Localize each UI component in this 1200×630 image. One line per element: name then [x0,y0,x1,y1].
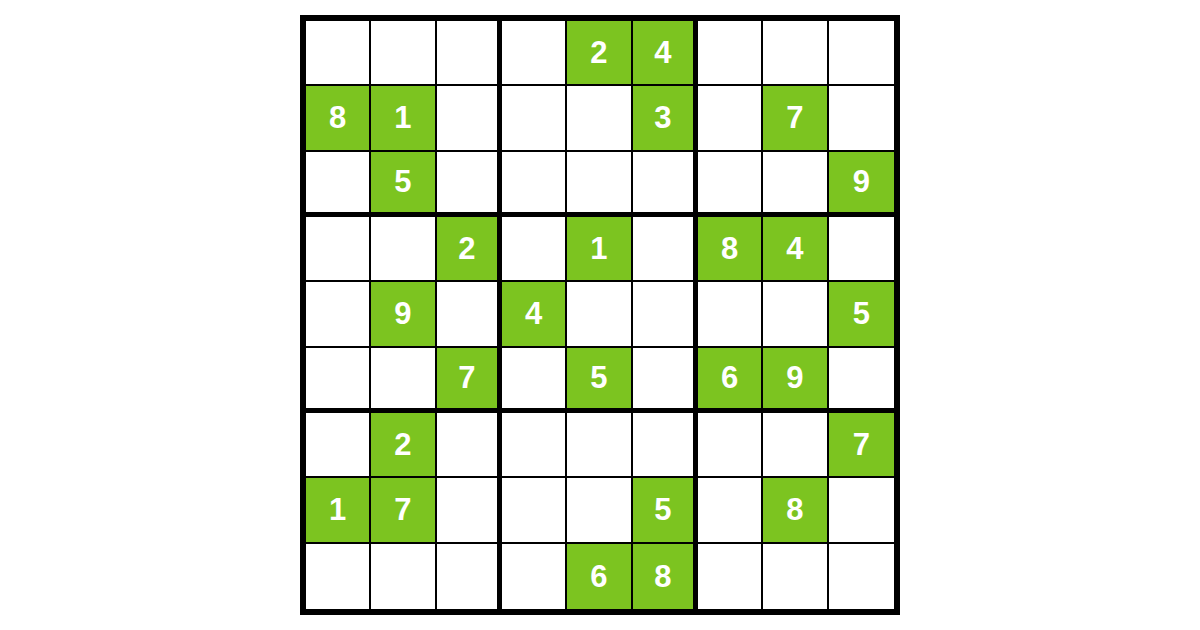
cell-r2c4[interactable] [502,86,567,151]
cell-r2c9[interactable] [829,86,894,151]
cell-r6c9[interactable] [829,348,894,413]
cell-digit: 2 [394,429,411,460]
cell-r3c9[interactable]: 9 [829,152,894,217]
cell-r8c7[interactable] [698,478,763,543]
cell-r6c7[interactable]: 6 [698,348,763,413]
cell-r5c1[interactable] [306,282,371,347]
cell-r8c5[interactable] [567,478,632,543]
cell-r2c3[interactable] [437,86,502,151]
cell-r4c1[interactable] [306,217,371,282]
cell-r8c3[interactable] [437,478,502,543]
cell-digit: 4 [654,37,671,68]
cell-r8c4[interactable] [502,478,567,543]
cell-digit: 6 [721,362,738,393]
cell-r6c6[interactable] [633,348,698,413]
cell-r1c9[interactable] [829,21,894,86]
cell-digit: 7 [853,429,870,460]
cell-r3c5[interactable] [567,152,632,217]
cell-r7c5[interactable] [567,413,632,478]
cell-r4c8[interactable]: 4 [763,217,828,282]
cell-digit: 4 [525,298,542,329]
cell-digit: 7 [786,102,803,133]
cell-digit: 2 [458,233,475,264]
cell-r2c5[interactable] [567,86,632,151]
cell-r4c5[interactable]: 1 [567,217,632,282]
cell-r7c2[interactable]: 2 [371,413,436,478]
cell-r6c1[interactable] [306,348,371,413]
cell-r3c1[interactable] [306,152,371,217]
cell-digit: 1 [394,102,411,133]
cell-r3c4[interactable] [502,152,567,217]
cell-r5c8[interactable] [763,282,828,347]
cell-r5c5[interactable] [567,282,632,347]
cell-r9c1[interactable] [306,544,371,609]
cell-digit: 5 [853,298,870,329]
cell-r1c7[interactable] [698,21,763,86]
cell-r8c1[interactable]: 1 [306,478,371,543]
cell-digit: 9 [853,166,870,197]
cell-r9c7[interactable] [698,544,763,609]
cell-r9c2[interactable] [371,544,436,609]
cell-r1c8[interactable] [763,21,828,86]
cell-r4c9[interactable] [829,217,894,282]
cell-r7c9[interactable]: 7 [829,413,894,478]
cell-digit: 2 [590,37,607,68]
cell-r7c3[interactable] [437,413,502,478]
cell-r9c3[interactable] [437,544,502,609]
cell-r7c7[interactable] [698,413,763,478]
cell-digit: 9 [786,362,803,393]
cell-r8c9[interactable] [829,478,894,543]
cell-r2c2[interactable]: 1 [371,86,436,151]
cell-digit: 8 [654,561,671,592]
cell-r3c8[interactable] [763,152,828,217]
cell-r5c9[interactable]: 5 [829,282,894,347]
cell-r3c3[interactable] [437,152,502,217]
cell-digit: 9 [394,298,411,329]
cell-digit: 8 [329,102,346,133]
cell-r5c3[interactable] [437,282,502,347]
cell-r5c2[interactable]: 9 [371,282,436,347]
cell-digit: 5 [394,166,411,197]
cell-r2c8[interactable]: 7 [763,86,828,151]
cell-r9c9[interactable] [829,544,894,609]
cell-digit: 1 [329,494,346,525]
cell-r1c6[interactable]: 4 [633,21,698,86]
cell-r1c4[interactable] [502,21,567,86]
cell-r4c6[interactable] [633,217,698,282]
cell-r3c6[interactable] [633,152,698,217]
cell-digit: 7 [394,494,411,525]
sudoku-page: 248137592184945756927175868 [0,0,1200,630]
cell-digit: 5 [590,362,607,393]
cell-r9c8[interactable] [763,544,828,609]
cell-digit: 5 [654,494,671,525]
cell-r2c7[interactable] [698,86,763,151]
cell-r6c2[interactable] [371,348,436,413]
cell-r9c4[interactable] [502,544,567,609]
cell-r4c4[interactable] [502,217,567,282]
cell-r8c8[interactable]: 8 [763,478,828,543]
cell-digit: 8 [786,494,803,525]
cell-r1c5[interactable]: 2 [567,21,632,86]
cell-r4c2[interactable] [371,217,436,282]
cell-r5c7[interactable] [698,282,763,347]
cell-r9c5[interactable]: 6 [567,544,632,609]
cell-r6c8[interactable]: 9 [763,348,828,413]
cell-r9c6[interactable]: 8 [633,544,698,609]
cell-r8c6[interactable]: 5 [633,478,698,543]
cell-r6c4[interactable] [502,348,567,413]
cell-digit: 4 [786,233,803,264]
cell-r1c3[interactable] [437,21,502,86]
cell-digit: 7 [458,362,475,393]
cell-r3c7[interactable] [698,152,763,217]
cell-r4c3[interactable]: 2 [437,217,502,282]
cell-r7c8[interactable] [763,413,828,478]
cell-r5c4[interactable]: 4 [502,282,567,347]
cell-r4c7[interactable]: 8 [698,217,763,282]
cell-digit: 1 [590,233,607,264]
cell-r1c1[interactable] [306,21,371,86]
cell-r6c3[interactable]: 7 [437,348,502,413]
cell-r3c2[interactable]: 5 [371,152,436,217]
cell-r2c1[interactable]: 8 [306,86,371,151]
cell-digit: 8 [721,233,738,264]
sudoku-board: 248137592184945756927175868 [300,15,900,615]
cell-r5c6[interactable] [633,282,698,347]
cell-r7c1[interactable] [306,413,371,478]
cell-r6c5[interactable]: 5 [567,348,632,413]
cell-digit: 3 [654,102,671,133]
cell-r8c2[interactable]: 7 [371,478,436,543]
cell-r7c6[interactable] [633,413,698,478]
cell-r1c2[interactable] [371,21,436,86]
cell-r2c6[interactable]: 3 [633,86,698,151]
cell-digit: 6 [590,561,607,592]
cell-r7c4[interactable] [502,413,567,478]
